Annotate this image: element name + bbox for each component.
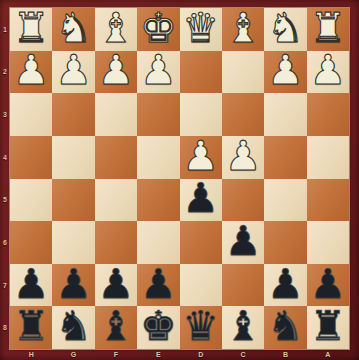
file-label-g: G	[52, 349, 94, 360]
square-d8[interactable]: ♛	[180, 306, 222, 349]
rank-label-6: 6	[0, 221, 10, 264]
square-e6[interactable]	[137, 221, 179, 264]
square-a3[interactable]	[307, 93, 349, 136]
square-h7[interactable]: ♟	[10, 264, 52, 307]
square-f1[interactable]: ♝	[95, 8, 137, 51]
file-label-e: E	[137, 349, 179, 360]
white-pawn: ♟	[13, 51, 50, 92]
white-pawn: ♟	[182, 136, 219, 177]
square-d1[interactable]: ♛	[180, 8, 222, 51]
chess-board: ♜♞♝♚♛♝♞♜♟♟♟♟♟♟♟♟♟♟♟♟♟♟♟♟♜♞♝♚♛♝♞♜	[10, 8, 349, 349]
square-a2[interactable]: ♟	[307, 51, 349, 94]
square-d6[interactable]	[180, 221, 222, 264]
square-c4[interactable]: ♟	[222, 136, 264, 179]
square-f5[interactable]	[95, 179, 137, 222]
square-b2[interactable]: ♟	[264, 51, 306, 94]
square-b3[interactable]	[264, 93, 306, 136]
square-d7[interactable]	[180, 264, 222, 307]
square-h1[interactable]: ♜	[10, 8, 52, 51]
square-f3[interactable]	[95, 93, 137, 136]
square-d3[interactable]	[180, 93, 222, 136]
rank-label-5: 5	[0, 179, 10, 222]
rank-label-8: 8	[0, 306, 10, 349]
square-e3[interactable]	[137, 93, 179, 136]
square-c7[interactable]	[222, 264, 264, 307]
white-pawn: ♟	[225, 136, 262, 177]
white-queen: ♛	[182, 8, 219, 49]
square-b8[interactable]: ♞	[264, 306, 306, 349]
square-a1[interactable]: ♜	[307, 8, 349, 51]
file-label-h: H	[10, 349, 52, 360]
black-pawn: ♟	[182, 179, 219, 220]
square-f6[interactable]	[95, 221, 137, 264]
white-knight: ♞	[267, 8, 304, 49]
square-g7[interactable]: ♟	[52, 264, 94, 307]
black-knight: ♞	[55, 306, 92, 347]
square-f4[interactable]	[95, 136, 137, 179]
white-pawn: ♟	[98, 51, 135, 92]
white-king: ♚	[140, 8, 177, 49]
file-label-b: B	[264, 349, 306, 360]
square-e5[interactable]	[137, 179, 179, 222]
square-c5[interactable]	[222, 179, 264, 222]
square-e1[interactable]: ♚	[137, 8, 179, 51]
square-c1[interactable]: ♝	[222, 8, 264, 51]
square-d2[interactable]	[180, 51, 222, 94]
white-pawn: ♟	[267, 51, 304, 92]
file-label-f: F	[95, 349, 137, 360]
square-g3[interactable]	[52, 93, 94, 136]
square-h5[interactable]	[10, 179, 52, 222]
black-pawn: ♟	[13, 264, 50, 305]
square-g2[interactable]: ♟	[52, 51, 94, 94]
black-pawn: ♟	[140, 264, 177, 305]
white-pawn: ♟	[309, 51, 346, 92]
black-pawn: ♟	[267, 264, 304, 305]
file-label-d: D	[180, 349, 222, 360]
square-b1[interactable]: ♞	[264, 8, 306, 51]
square-b6[interactable]	[264, 221, 306, 264]
square-g6[interactable]	[52, 221, 94, 264]
square-c3[interactable]	[222, 93, 264, 136]
square-d5[interactable]: ♟	[180, 179, 222, 222]
black-rook: ♜	[309, 306, 346, 347]
white-pawn: ♟	[140, 51, 177, 92]
file-label-a: A	[307, 349, 349, 360]
rank-label-2: 2	[0, 51, 10, 94]
square-g1[interactable]: ♞	[52, 8, 94, 51]
rank-label-7: 7	[0, 264, 10, 307]
square-h8[interactable]: ♜	[10, 306, 52, 349]
square-f2[interactable]: ♟	[95, 51, 137, 94]
square-g8[interactable]: ♞	[52, 306, 94, 349]
white-rook: ♜	[13, 8, 50, 49]
square-b5[interactable]	[264, 179, 306, 222]
square-f7[interactable]: ♟	[95, 264, 137, 307]
square-b7[interactable]: ♟	[264, 264, 306, 307]
black-king: ♚	[140, 306, 177, 347]
square-e7[interactable]: ♟	[137, 264, 179, 307]
square-h3[interactable]	[10, 93, 52, 136]
rank-label-4: 4	[0, 136, 10, 179]
file-labels: HGFEDCBA	[10, 349, 349, 360]
rank-label-3: 3	[0, 93, 10, 136]
black-pawn: ♟	[225, 221, 262, 262]
square-b4[interactable]	[264, 136, 306, 179]
chess-board-window: 12345678 ♜♞♝♚♛♝♞♜♟♟♟♟♟♟♟♟♟♟♟♟♟♟♟♟♜♞♝♚♛♝♞…	[0, 0, 359, 360]
square-c2[interactable]	[222, 51, 264, 94]
square-a5[interactable]	[307, 179, 349, 222]
square-h2[interactable]: ♟	[10, 51, 52, 94]
white-bishop: ♝	[98, 8, 135, 49]
black-bishop: ♝	[225, 306, 262, 347]
rank-labels: 12345678	[0, 8, 10, 349]
square-h4[interactable]	[10, 136, 52, 179]
white-pawn: ♟	[55, 51, 92, 92]
white-rook: ♜	[309, 8, 346, 49]
black-rook: ♜	[13, 306, 50, 347]
black-pawn: ♟	[98, 264, 135, 305]
file-label-c: C	[222, 349, 264, 360]
square-a8[interactable]: ♜	[307, 306, 349, 349]
square-d4[interactable]: ♟	[180, 136, 222, 179]
square-e2[interactable]: ♟	[137, 51, 179, 94]
square-e4[interactable]	[137, 136, 179, 179]
black-bishop: ♝	[98, 306, 135, 347]
white-knight: ♞	[55, 8, 92, 49]
black-pawn: ♟	[55, 264, 92, 305]
square-e8[interactable]: ♚	[137, 306, 179, 349]
square-g5[interactable]	[52, 179, 94, 222]
square-c8[interactable]: ♝	[222, 306, 264, 349]
square-a6[interactable]	[307, 221, 349, 264]
square-a4[interactable]	[307, 136, 349, 179]
square-f8[interactable]: ♝	[95, 306, 137, 349]
black-knight: ♞	[267, 306, 304, 347]
square-h6[interactable]	[10, 221, 52, 264]
black-pawn: ♟	[309, 264, 346, 305]
rank-label-1: 1	[0, 8, 10, 51]
square-a7[interactable]: ♟	[307, 264, 349, 307]
square-g4[interactable]	[52, 136, 94, 179]
square-c6[interactable]: ♟	[222, 221, 264, 264]
white-bishop: ♝	[225, 8, 262, 49]
black-queen: ♛	[182, 306, 219, 347]
